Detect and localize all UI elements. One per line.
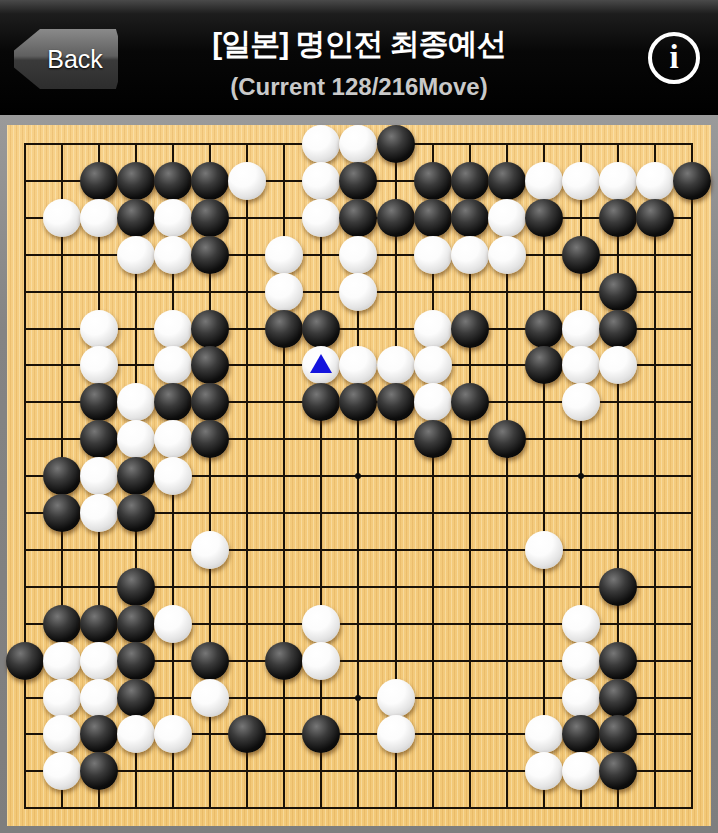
black-stone	[117, 494, 155, 532]
white-stone	[599, 346, 637, 384]
black-stone	[525, 346, 563, 384]
white-stone	[117, 715, 155, 753]
black-stone	[191, 162, 229, 200]
black-stone	[599, 199, 637, 237]
black-stone	[339, 383, 377, 421]
black-stone	[80, 752, 118, 790]
black-stone	[377, 199, 415, 237]
white-stone	[80, 642, 118, 680]
app-screen: Back [일본] 명인전 최종예선 (Current 128/216Move)…	[0, 0, 718, 833]
black-stone	[191, 420, 229, 458]
white-stone	[562, 310, 600, 348]
black-stone	[339, 162, 377, 200]
white-stone	[302, 162, 340, 200]
header: Back [일본] 명인전 최종예선 (Current 128/216Move)…	[0, 0, 718, 115]
white-stone	[339, 236, 377, 274]
black-stone	[6, 642, 44, 680]
black-stone	[451, 162, 489, 200]
black-stone	[302, 383, 340, 421]
star-point	[355, 473, 361, 479]
white-stone	[562, 346, 600, 384]
white-stone	[80, 199, 118, 237]
white-stone	[451, 236, 489, 274]
black-stone	[377, 125, 415, 163]
white-stone	[154, 605, 192, 643]
white-stone	[80, 494, 118, 532]
white-stone	[562, 679, 600, 717]
black-stone	[451, 383, 489, 421]
black-stone	[599, 752, 637, 790]
black-stone	[43, 457, 81, 495]
white-stone	[154, 457, 192, 495]
white-stone	[302, 605, 340, 643]
title-block: [일본] 명인전 최종예선 (Current 128/216Move)	[118, 0, 600, 115]
black-stone	[414, 199, 452, 237]
page-title: [일본] 명인전 최종예선	[118, 24, 600, 65]
grid-line	[24, 549, 693, 551]
black-stone	[599, 715, 637, 753]
black-stone	[117, 679, 155, 717]
white-stone	[154, 420, 192, 458]
black-stone	[80, 162, 118, 200]
back-button[interactable]: Back	[14, 29, 118, 89]
go-board[interactable]	[7, 125, 711, 826]
white-stone	[117, 383, 155, 421]
black-stone	[414, 162, 452, 200]
white-stone	[414, 383, 452, 421]
black-stone	[599, 273, 637, 311]
white-stone	[562, 605, 600, 643]
white-stone	[339, 125, 377, 163]
white-stone	[377, 679, 415, 717]
black-stone	[191, 383, 229, 421]
white-stone	[265, 273, 303, 311]
white-stone	[154, 346, 192, 384]
white-stone	[525, 715, 563, 753]
info-icon: i	[669, 41, 678, 74]
white-stone	[80, 310, 118, 348]
black-stone	[599, 568, 637, 606]
black-stone	[302, 310, 340, 348]
black-stone	[562, 715, 600, 753]
white-stone	[80, 457, 118, 495]
white-stone	[43, 752, 81, 790]
white-stone	[562, 383, 600, 421]
white-stone	[265, 236, 303, 274]
black-stone	[265, 310, 303, 348]
black-stone	[525, 310, 563, 348]
black-stone	[80, 420, 118, 458]
black-stone	[117, 457, 155, 495]
white-stone	[80, 679, 118, 717]
info-button[interactable]: i	[648, 32, 700, 84]
white-stone	[488, 199, 526, 237]
black-stone	[377, 383, 415, 421]
black-stone	[673, 162, 711, 200]
black-stone	[117, 605, 155, 643]
white-stone	[117, 236, 155, 274]
black-stone	[117, 568, 155, 606]
white-stone	[80, 346, 118, 384]
move-counter: (Current 128/216Move)	[118, 73, 600, 101]
black-stone	[451, 310, 489, 348]
black-stone	[117, 162, 155, 200]
black-stone	[562, 236, 600, 274]
white-stone	[228, 162, 266, 200]
white-stone	[191, 679, 229, 717]
black-stone	[228, 715, 266, 753]
white-stone	[43, 199, 81, 237]
grid-line	[691, 143, 693, 809]
black-stone	[80, 605, 118, 643]
white-stone	[43, 642, 81, 680]
black-stone	[154, 383, 192, 421]
grid-line	[654, 143, 656, 809]
white-stone	[43, 679, 81, 717]
black-stone	[488, 162, 526, 200]
white-stone	[302, 642, 340, 680]
white-stone	[562, 642, 600, 680]
black-stone	[43, 494, 81, 532]
white-stone	[525, 531, 563, 569]
white-stone	[154, 310, 192, 348]
white-stone	[377, 346, 415, 384]
black-stone	[339, 199, 377, 237]
white-stone	[154, 715, 192, 753]
black-stone	[191, 310, 229, 348]
grid-line	[24, 807, 693, 809]
white-stone	[525, 162, 563, 200]
white-stone	[377, 715, 415, 753]
white-stone	[154, 199, 192, 237]
black-stone	[451, 199, 489, 237]
white-stone	[302, 125, 340, 163]
black-stone	[80, 383, 118, 421]
black-stone	[117, 642, 155, 680]
last-move-marker	[310, 354, 332, 373]
white-stone	[414, 310, 452, 348]
white-stone	[636, 162, 674, 200]
white-stone	[191, 531, 229, 569]
star-point	[578, 473, 584, 479]
black-stone	[191, 642, 229, 680]
white-stone	[562, 752, 600, 790]
black-stone	[191, 346, 229, 384]
black-stone	[599, 679, 637, 717]
white-stone	[562, 162, 600, 200]
white-stone	[302, 199, 340, 237]
black-stone	[43, 605, 81, 643]
black-stone	[599, 310, 637, 348]
white-stone	[414, 346, 452, 384]
black-stone	[302, 715, 340, 753]
white-stone	[488, 236, 526, 274]
black-stone	[636, 199, 674, 237]
white-stone	[339, 273, 377, 311]
black-stone	[117, 199, 155, 237]
black-stone	[414, 420, 452, 458]
black-stone	[191, 236, 229, 274]
black-stone	[191, 199, 229, 237]
white-stone	[599, 162, 637, 200]
grid-line	[543, 143, 545, 809]
black-stone	[488, 420, 526, 458]
black-stone	[525, 199, 563, 237]
white-stone	[154, 236, 192, 274]
white-stone	[414, 236, 452, 274]
black-stone	[265, 642, 303, 680]
board-frame	[0, 115, 718, 833]
black-stone	[154, 162, 192, 200]
black-stone	[599, 642, 637, 680]
star-point	[355, 695, 361, 701]
black-stone	[80, 715, 118, 753]
white-stone	[525, 752, 563, 790]
white-stone	[117, 420, 155, 458]
white-stone	[43, 715, 81, 753]
white-stone	[339, 346, 377, 384]
